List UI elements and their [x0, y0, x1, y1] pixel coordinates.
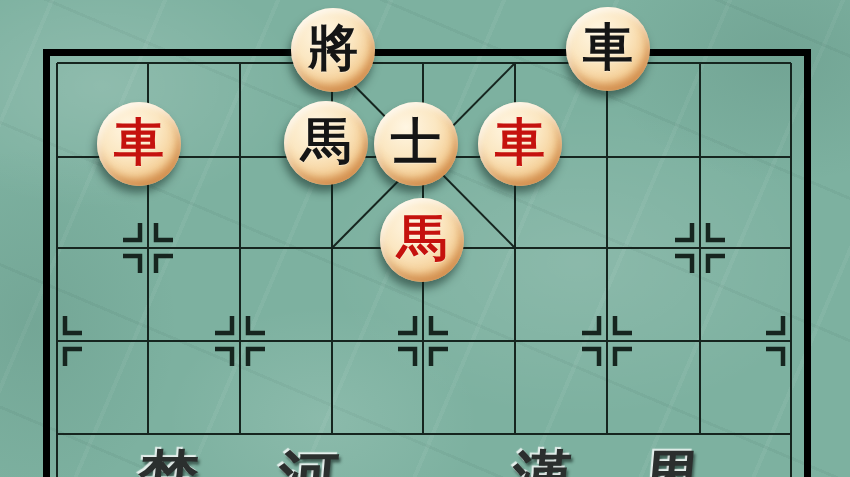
xiangqi-board: 楚河漢界 將車車馬士車馬	[0, 0, 850, 477]
piece-black-general[interactable]: 將	[291, 8, 375, 92]
piece-char: 馬	[301, 116, 351, 166]
piece-char: 車	[495, 117, 545, 167]
river-label: 漢	[509, 448, 574, 477]
river-label: 河	[275, 448, 340, 477]
piece-char: 車	[114, 117, 164, 167]
piece-black-advisor[interactable]: 士	[374, 102, 458, 186]
piece-red-chariot[interactable]: 車	[97, 102, 181, 186]
piece-black-horse[interactable]: 馬	[284, 101, 368, 185]
piece-char: 士	[391, 117, 441, 167]
piece-char: 將	[308, 23, 358, 73]
river-label: 界	[639, 448, 704, 477]
piece-char: 馬	[397, 213, 447, 263]
piece-char: 車	[583, 22, 633, 72]
piece-red-chariot[interactable]: 車	[478, 102, 562, 186]
piece-black-chariot[interactable]: 車	[566, 7, 650, 91]
piece-red-horse[interactable]: 馬	[380, 198, 464, 282]
river-label: 楚	[135, 448, 200, 477]
